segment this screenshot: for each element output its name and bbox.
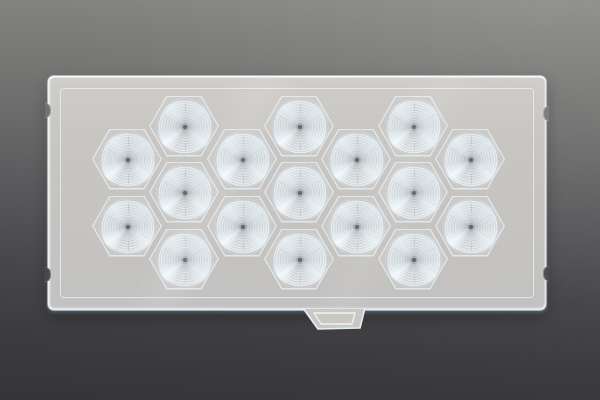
lens-cell-face <box>150 163 217 221</box>
fresnel-lens <box>157 165 213 221</box>
fresnel-lens <box>100 199 156 255</box>
lens-cell <box>435 196 505 257</box>
fresnel-lens <box>329 199 385 255</box>
lens-plate <box>48 76 546 310</box>
lens-cell <box>149 96 219 157</box>
fresnel-lens <box>272 232 328 288</box>
lens-cell-face <box>379 97 446 155</box>
lens-cell-face <box>436 197 503 255</box>
lens-highlight <box>443 132 499 188</box>
lens-highlight <box>386 165 442 221</box>
edge-notch <box>543 106 549 121</box>
mounting-tab <box>303 308 365 330</box>
lens-highlight <box>443 199 499 255</box>
lens-cell-face <box>93 197 160 255</box>
lens-cell <box>321 129 391 190</box>
lens-highlight <box>272 99 328 155</box>
lens-cell <box>92 129 162 190</box>
lens-highlight <box>386 232 442 288</box>
lens-highlight <box>272 232 328 288</box>
fresnel-lens <box>386 232 442 288</box>
lens-cell-face <box>150 230 217 288</box>
lens-cell-face <box>93 130 160 188</box>
lens-cell <box>321 196 391 257</box>
lens-highlight <box>329 199 385 255</box>
lens-cell <box>264 162 334 223</box>
lens-cell <box>149 162 219 223</box>
lens-highlight <box>215 199 271 255</box>
lens-cell <box>264 229 334 290</box>
fresnel-lens <box>272 165 328 221</box>
fresnel-lens <box>443 132 499 188</box>
lens-highlight <box>215 132 271 188</box>
lens-highlight <box>100 132 156 188</box>
lens-cell <box>378 229 448 290</box>
lens-cell <box>378 96 448 157</box>
fresnel-lens <box>215 199 271 255</box>
lens-cell <box>435 129 505 190</box>
lens-cell <box>264 96 334 157</box>
fresnel-lens <box>100 132 156 188</box>
fresnel-lens <box>386 99 442 155</box>
lens-cell <box>149 229 219 290</box>
lens-cell <box>207 196 277 257</box>
lens-highlight <box>386 99 442 155</box>
lens-cell-face <box>208 197 275 255</box>
fresnel-lens <box>272 99 328 155</box>
fresnel-lens <box>157 232 213 288</box>
fresnel-lens <box>157 99 213 155</box>
lens-cell-face <box>379 230 446 288</box>
lens-highlight <box>329 132 385 188</box>
lens-cell-face <box>208 130 275 188</box>
photo-background <box>0 0 600 400</box>
lens-highlight <box>157 99 213 155</box>
lens-cell-face <box>436 130 503 188</box>
fresnel-lens <box>386 165 442 221</box>
lens-cell <box>92 196 162 257</box>
fresnel-lens <box>215 132 271 188</box>
lens-cell-face <box>265 163 332 221</box>
lens-cell-face <box>265 230 332 288</box>
lens-cell <box>378 162 448 223</box>
lens-highlight <box>100 199 156 255</box>
lens-cell-face <box>379 163 446 221</box>
lens-grid <box>48 76 546 310</box>
lens-cell-face <box>322 130 389 188</box>
lens-cell-face <box>150 97 217 155</box>
lens-cell <box>207 129 277 190</box>
lens-cell-face <box>265 97 332 155</box>
edge-notch <box>543 266 549 281</box>
fresnel-lens <box>329 132 385 188</box>
lens-highlight <box>157 165 213 221</box>
fresnel-lens <box>443 199 499 255</box>
lens-highlight <box>157 232 213 288</box>
lens-cell-face <box>322 197 389 255</box>
lens-highlight <box>272 165 328 221</box>
